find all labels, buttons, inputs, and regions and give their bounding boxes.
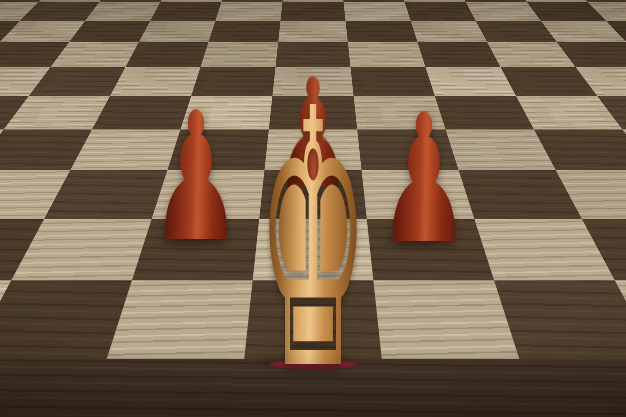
chessboard-photo: ♟ ♟ ♟ ♚	[0, 0, 626, 417]
square[interactable]	[405, 2, 476, 21]
white-king-e1[interactable]: ♚	[153, 63, 472, 366]
square[interactable]	[215, 2, 282, 21]
square[interactable]	[85, 2, 160, 21]
king-glyph: ♚	[257, 63, 369, 417]
square[interactable]	[457, 0, 527, 2]
square[interactable]	[411, 21, 488, 42]
square[interactable]	[139, 21, 216, 42]
square[interactable]	[221, 0, 284, 2]
square[interactable]	[150, 2, 221, 21]
square[interactable]	[344, 2, 411, 21]
square[interactable]	[69, 21, 150, 42]
square[interactable]	[280, 2, 345, 21]
